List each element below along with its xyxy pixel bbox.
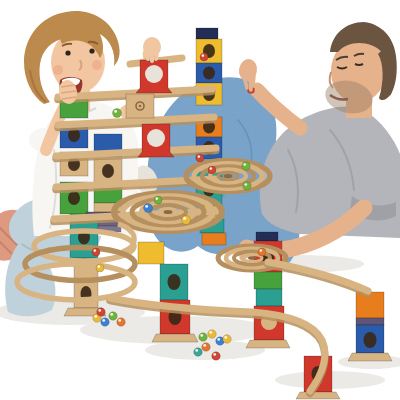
support-tower-right	[348, 292, 392, 361]
tunnel-hole	[68, 191, 80, 205]
block-purple-ring	[356, 318, 384, 325]
funnel-hole	[224, 174, 233, 178]
marble-highlight	[243, 163, 246, 166]
marble-highlight	[198, 155, 201, 158]
marble	[109, 312, 118, 321]
wood-base	[296, 392, 340, 399]
marble-highlight	[102, 319, 105, 322]
boy-fingers	[147, 50, 157, 61]
accelerator-disc	[145, 65, 163, 83]
marble-highlight	[118, 319, 121, 322]
marble	[96, 264, 104, 272]
marble-highlight	[110, 313, 113, 316]
marble-highlight	[209, 331, 212, 334]
marble-highlight	[98, 309, 101, 312]
logo-mark-dot	[139, 105, 142, 108]
man-head	[322, 22, 397, 118]
tunnel-hole	[203, 67, 215, 80]
marble-highlight	[244, 183, 247, 186]
marble	[194, 348, 203, 357]
marble-highlight	[183, 217, 186, 220]
marble-highlight	[213, 353, 216, 356]
marble	[196, 154, 204, 162]
marble	[113, 109, 122, 118]
marble-highlight	[156, 197, 159, 200]
photo-canvas	[0, 0, 400, 400]
marble	[208, 330, 217, 339]
tunnel-hole	[102, 164, 114, 178]
tunnel-hole	[168, 274, 181, 290]
marble	[101, 318, 110, 327]
funnel-hole	[164, 210, 173, 214]
marble-highlight	[195, 349, 198, 352]
marble-highlight	[202, 54, 205, 57]
marble	[223, 335, 232, 344]
marble	[200, 53, 208, 61]
block-yellow	[138, 242, 164, 264]
block-orange	[202, 233, 226, 245]
block-green	[254, 272, 282, 289]
marble	[117, 318, 126, 327]
floor-shadows	[0, 255, 400, 389]
marble	[92, 248, 100, 256]
marble	[243, 182, 251, 190]
marble	[242, 162, 250, 170]
marble	[144, 204, 153, 213]
wood-base	[246, 340, 290, 348]
marble	[202, 343, 211, 352]
boy-blush	[53, 65, 63, 75]
marble	[182, 216, 191, 225]
accelerator-disc	[147, 129, 165, 147]
block-teal	[256, 289, 282, 306]
marble-highlight	[260, 249, 263, 252]
funnel-hole	[248, 256, 256, 260]
wood-base	[348, 353, 392, 361]
marble	[258, 248, 266, 256]
marble-highlight	[98, 265, 101, 268]
spiral-funnel-main	[114, 193, 222, 231]
marble	[212, 352, 221, 361]
block-navy-cap	[196, 28, 218, 39]
marble	[154, 196, 162, 204]
boy-blush	[92, 60, 102, 70]
marble-highlight	[94, 315, 97, 318]
marble-highlight	[200, 334, 203, 337]
marble-highlight	[145, 205, 148, 208]
boy-eye-left	[65, 50, 70, 55]
marble-highlight	[210, 167, 213, 170]
marble-highlight	[203, 344, 206, 347]
tunnel-hole	[364, 332, 377, 348]
marble-highlight	[94, 249, 97, 252]
block-navy-cap	[256, 232, 278, 241]
marble-highlight	[114, 110, 117, 113]
boy-eye-right	[89, 48, 94, 53]
marble	[208, 166, 216, 174]
wood-base	[152, 334, 198, 342]
marble-highlight	[224, 336, 227, 339]
marble	[199, 333, 208, 342]
marble-run-scene	[0, 0, 400, 400]
marble	[97, 308, 106, 317]
marble-highlight	[217, 338, 220, 341]
